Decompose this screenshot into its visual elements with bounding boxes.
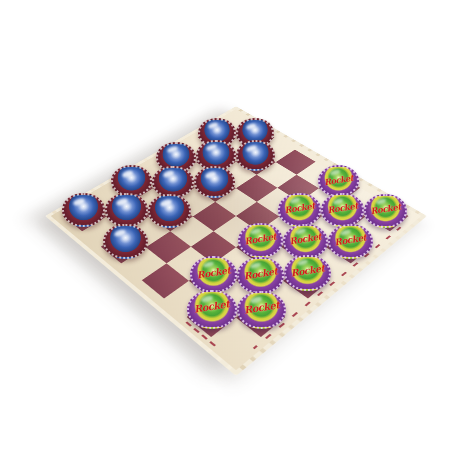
product-photo-scene: RocketRocketRocketRocketRocketRocketRock… <box>0 0 450 450</box>
blue-cap-piece[interactable] <box>152 166 193 198</box>
cap-label: Rocket <box>286 263 330 279</box>
cap-label: Rocket <box>329 232 371 247</box>
green-rocket-cap-piece[interactable]: Rocket <box>283 224 328 259</box>
green-rocket-cap-piece[interactable]: Rocket <box>321 193 364 227</box>
green-rocket-cap-piece[interactable]: Rocket <box>190 256 237 293</box>
green-rocket-cap-piece[interactable]: Rocket <box>187 290 236 329</box>
cap-label: Rocket <box>239 265 283 281</box>
cap-label: Rocket <box>192 265 236 281</box>
cap-label: Rocket <box>365 202 405 217</box>
cap-label: Rocket <box>284 232 326 247</box>
green-rocket-cap-piece[interactable]: Rocket <box>284 255 331 292</box>
cap-label: Rocket <box>238 300 284 317</box>
blue-cap-piece[interactable] <box>148 194 191 228</box>
cap-label: Rocket <box>279 201 319 216</box>
cap-label: Rocket <box>239 231 281 246</box>
green-rocket-cap-piece[interactable]: Rocket <box>328 224 373 259</box>
cap-label: Rocket <box>319 173 357 187</box>
green-rocket-cap-piece[interactable]: Rocket <box>364 194 407 228</box>
green-rocket-cap-piece[interactable]: Rocket <box>237 257 284 294</box>
cap-label: Rocket <box>322 201 362 216</box>
blue-cap-piece[interactable] <box>62 193 105 227</box>
green-rocket-cap-piece[interactable]: Rocket <box>278 193 321 227</box>
cap-label: Rocket <box>189 299 235 316</box>
green-rocket-cap-piece[interactable]: Rocket <box>237 291 286 330</box>
blue-cap-piece[interactable] <box>105 193 148 227</box>
blue-cap-piece[interactable] <box>103 224 148 259</box>
green-rocket-cap-piece[interactable]: Rocket <box>238 223 283 258</box>
